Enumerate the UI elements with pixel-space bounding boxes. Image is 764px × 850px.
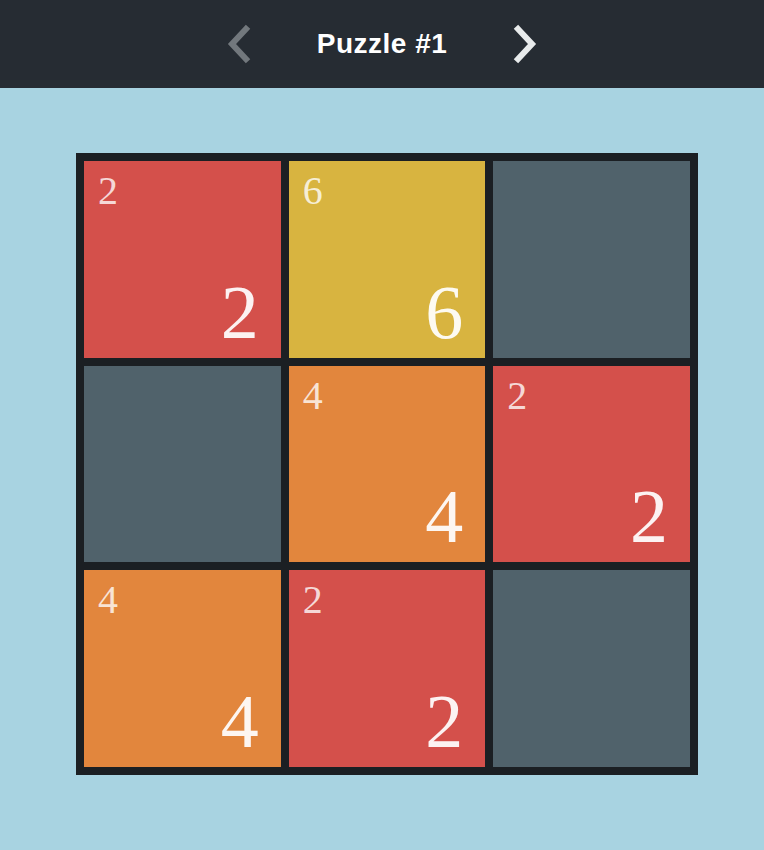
next-puzzle-button[interactable] bbox=[508, 22, 542, 66]
cell-r2c0[interactable]: 4 4 bbox=[84, 570, 281, 767]
chevron-right-icon bbox=[512, 24, 538, 64]
prev-puzzle-button[interactable] bbox=[222, 22, 256, 66]
tile-corner-value: 2 bbox=[507, 376, 527, 416]
tile-main-value: 2 bbox=[221, 274, 259, 350]
tile-main-value: 2 bbox=[425, 683, 463, 759]
cell-r0c1[interactable]: 6 6 bbox=[289, 161, 486, 358]
cell-r0c2[interactable] bbox=[493, 161, 690, 358]
tile-corner-value: 2 bbox=[98, 171, 118, 211]
cell-r2c1[interactable]: 2 2 bbox=[289, 570, 486, 767]
cell-r0c0[interactable]: 2 2 bbox=[84, 161, 281, 358]
chevron-left-icon bbox=[226, 24, 252, 64]
tile-main-value: 4 bbox=[221, 683, 259, 759]
tile-main-value: 2 bbox=[630, 478, 668, 554]
tile-main-value: 4 bbox=[425, 478, 463, 554]
tile-corner-value: 2 bbox=[303, 580, 323, 620]
cell-r1c1[interactable]: 4 4 bbox=[289, 366, 486, 563]
cell-r2c2[interactable] bbox=[493, 570, 690, 767]
tile-corner-value: 6 bbox=[303, 171, 323, 211]
puzzle-title: Puzzle #1 bbox=[302, 28, 462, 60]
app-header: Puzzle #1 bbox=[0, 0, 764, 88]
game-board: 2 2 6 6 4 4 2 2 4 4 2 2 bbox=[76, 153, 698, 775]
tile-main-value: 6 bbox=[425, 274, 463, 350]
tile-corner-value: 4 bbox=[303, 376, 323, 416]
cell-r1c2[interactable]: 2 2 bbox=[493, 366, 690, 563]
tile-corner-value: 4 bbox=[98, 580, 118, 620]
cell-r1c0[interactable] bbox=[84, 366, 281, 563]
